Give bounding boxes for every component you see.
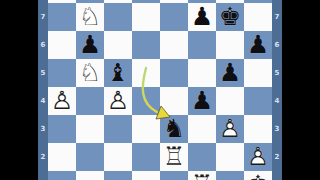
piece-white-pawn-h2-icon[interactable]: ♟♙ (244, 143, 272, 171)
square-a6[interactable] (48, 31, 76, 59)
square-e6[interactable] (160, 31, 188, 59)
square-g2[interactable] (216, 143, 244, 171)
square-h6[interactable]: ♟ (244, 31, 272, 59)
square-c7[interactable] (104, 3, 132, 31)
piece-black-pawn-f4-icon[interactable]: ♟ (188, 87, 216, 115)
rank-label-5: 5 (38, 59, 48, 87)
piece-white-rook-e2-icon[interactable]: ♜♖ (160, 143, 188, 171)
piece-white-knight-b5-icon[interactable]: ♞♘ (76, 59, 104, 87)
square-h5[interactable] (244, 59, 272, 87)
square-c1[interactable] (104, 171, 132, 180)
square-c4[interactable]: ♟♙ (104, 87, 132, 115)
rank-label-6: 6 (38, 31, 48, 59)
square-f5[interactable] (188, 59, 216, 87)
square-b1[interactable] (76, 171, 104, 180)
square-h4[interactable] (244, 87, 272, 115)
piece-white-pawn-a4-icon[interactable]: ♟♙ (48, 87, 76, 115)
square-a4[interactable]: ♟♙ (48, 87, 76, 115)
square-b6[interactable]: ♟ (76, 31, 104, 59)
piece-black-pawn-f7-icon[interactable]: ♟ (188, 3, 216, 31)
chess-board: 765432 ♜♜♞♘♟♚♟♟♞♘♝♟♟♙♟♙♟♞♟♙♜♖♟♙♜♖♚♔ 7654… (38, 0, 282, 180)
square-h1[interactable]: ♚♔ (244, 171, 272, 180)
square-d4[interactable] (132, 87, 160, 115)
piece-black-bishop-c5-icon[interactable]: ♝ (104, 59, 132, 87)
square-b3[interactable] (76, 115, 104, 143)
piece-black-pawn-b6-icon[interactable]: ♟ (76, 31, 104, 59)
piece-black-king-g7-icon[interactable]: ♚ (216, 3, 244, 31)
square-e5[interactable] (160, 59, 188, 87)
square-g6[interactable] (216, 31, 244, 59)
piece-white-rook-f1-icon[interactable]: ♜♖ (188, 171, 216, 180)
square-b4[interactable] (76, 87, 104, 115)
square-f6[interactable] (188, 31, 216, 59)
rank-label-2: 2 (38, 143, 48, 171)
square-f7[interactable]: ♟ (188, 3, 216, 31)
square-g7[interactable]: ♚ (216, 3, 244, 31)
square-c5[interactable]: ♝ (104, 59, 132, 87)
square-a5[interactable] (48, 59, 76, 87)
square-h3[interactable] (244, 115, 272, 143)
square-d3[interactable] (132, 115, 160, 143)
piece-black-pawn-h6-icon[interactable]: ♟ (244, 31, 272, 59)
square-h2[interactable]: ♟♙ (244, 143, 272, 171)
rank-label-7: 7 (38, 3, 48, 31)
rank-label-3: 3 (38, 115, 48, 143)
rank-label-1 (38, 171, 48, 180)
square-a3[interactable] (48, 115, 76, 143)
video-frame: 765432 ♜♜♞♘♟♚♟♟♞♘♝♟♟♙♟♙♟♞♟♙♜♖♟♙♜♖♚♔ 7654… (0, 0, 320, 180)
piece-white-pawn-c4-icon[interactable]: ♟♙ (104, 87, 132, 115)
rank-label-7: 7 (272, 3, 282, 31)
rank-label-5: 5 (272, 59, 282, 87)
square-d6[interactable] (132, 31, 160, 59)
square-f1[interactable]: ♜♖ (188, 171, 216, 180)
square-b2[interactable] (76, 143, 104, 171)
square-g1[interactable] (216, 171, 244, 180)
square-f2[interactable] (188, 143, 216, 171)
square-b7[interactable]: ♞♘ (76, 3, 104, 31)
rank-label-4: 4 (272, 87, 282, 115)
square-g3[interactable]: ♟♙ (216, 115, 244, 143)
square-e4[interactable] (160, 87, 188, 115)
square-a7[interactable] (48, 3, 76, 31)
square-a2[interactable] (48, 143, 76, 171)
square-e1[interactable] (160, 171, 188, 180)
square-g5[interactable]: ♟ (216, 59, 244, 87)
rank-label-2: 2 (272, 143, 282, 171)
square-e2[interactable]: ♜♖ (160, 143, 188, 171)
rank-labels-left: 765432 (38, 0, 48, 180)
square-d1[interactable] (132, 171, 160, 180)
square-f4[interactable]: ♟ (188, 87, 216, 115)
square-h7[interactable] (244, 3, 272, 31)
square-c3[interactable] (104, 115, 132, 143)
square-a1[interactable] (48, 171, 76, 180)
square-g4[interactable] (216, 87, 244, 115)
piece-white-pawn-g3-icon[interactable]: ♟♙ (216, 115, 244, 143)
square-c6[interactable] (104, 31, 132, 59)
rank-label-4: 4 (38, 87, 48, 115)
rank-label-1 (272, 171, 282, 180)
square-d5[interactable] (132, 59, 160, 87)
square-d7[interactable] (132, 3, 160, 31)
rank-label-6: 6 (272, 31, 282, 59)
square-c2[interactable] (104, 143, 132, 171)
piece-black-pawn-g5-icon[interactable]: ♟ (216, 59, 244, 87)
piece-white-king-h1-icon[interactable]: ♚♔ (244, 171, 272, 180)
square-e7[interactable] (160, 3, 188, 31)
rank-labels-right: 765432 (272, 0, 282, 180)
rank-label-3: 3 (272, 115, 282, 143)
board-grid: ♜♜♞♘♟♚♟♟♞♘♝♟♟♙♟♙♟♞♟♙♜♖♟♙♜♖♚♔ (48, 0, 272, 180)
square-f3[interactable] (188, 115, 216, 143)
square-b5[interactable]: ♞♘ (76, 59, 104, 87)
square-e3[interactable]: ♞ (160, 115, 188, 143)
square-d2[interactable] (132, 143, 160, 171)
piece-black-knight-e3-icon[interactable]: ♞ (160, 115, 188, 143)
piece-white-knight-b7-icon[interactable]: ♞♘ (76, 3, 104, 31)
